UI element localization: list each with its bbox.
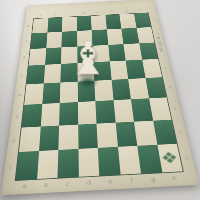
square-c8[interactable] [62, 17, 77, 32]
square-b5[interactable] [43, 64, 61, 83]
square-c2[interactable] [58, 124, 78, 150]
file-label-g: g [142, 175, 165, 186]
square-c3[interactable] [59, 102, 78, 125]
file-label-top-d: d [76, 10, 90, 15]
file-label-top-c: c [62, 11, 76, 16]
square-d3[interactable] [78, 101, 97, 124]
file-label-top-g: g [119, 8, 134, 13]
square-b8[interactable] [47, 17, 62, 32]
file-label-b: b [35, 180, 57, 191]
square-d2[interactable] [78, 123, 98, 149]
file-label-top-a: a [33, 12, 48, 17]
file-label-top-h: h [133, 7, 148, 12]
square-a5[interactable] [26, 65, 44, 84]
photo-scene: abcdefgh ❖ abcdefgh 87654321 87654321 ♛ … [0, 0, 200, 200]
square-a1[interactable] [16, 151, 39, 180]
square-e1[interactable] [98, 147, 120, 176]
square-h5[interactable] [142, 59, 162, 78]
square-a4[interactable] [24, 83, 43, 104]
file-label-a: a [13, 182, 35, 193]
square-d1[interactable] [78, 148, 99, 177]
file-label-top-e: e [91, 10, 106, 15]
square-b3[interactable] [40, 103, 59, 126]
square-a2[interactable] [19, 126, 41, 152]
board-mat: abcdefgh ❖ abcdefgh 87654321 87654321 ♛ … [1, 0, 199, 195]
square-e2[interactable] [97, 122, 118, 148]
brand-label: chess [156, 41, 164, 53]
file-label-f: f [121, 176, 144, 187]
square-b4[interactable] [42, 83, 60, 104]
file-label-h: h [163, 174, 186, 185]
square-c1[interactable] [57, 149, 78, 178]
square-a3[interactable] [22, 104, 42, 127]
square-b6[interactable] [45, 47, 62, 65]
square-a8[interactable] [32, 18, 48, 33]
square-b7[interactable] [46, 32, 62, 48]
file-label-top-f: f [105, 9, 120, 14]
white-bishop[interactable]: ♝ [65, 34, 111, 82]
square-a7[interactable] [30, 32, 47, 48]
square-b2[interactable] [39, 125, 59, 151]
file-label-top-b: b [48, 12, 62, 17]
file-label-c: c [57, 179, 79, 190]
file-label-d: d [78, 178, 100, 189]
square-h8[interactable] [134, 13, 151, 28]
square-e8[interactable] [91, 15, 107, 30]
file-label-e: e [99, 177, 121, 188]
square-h4[interactable] [145, 77, 166, 98]
square-b1[interactable] [37, 150, 59, 179]
square-h7[interactable] [136, 27, 154, 43]
square-a6[interactable] [29, 48, 46, 66]
square-d8[interactable] [77, 16, 92, 31]
square-e3[interactable] [95, 100, 115, 123]
